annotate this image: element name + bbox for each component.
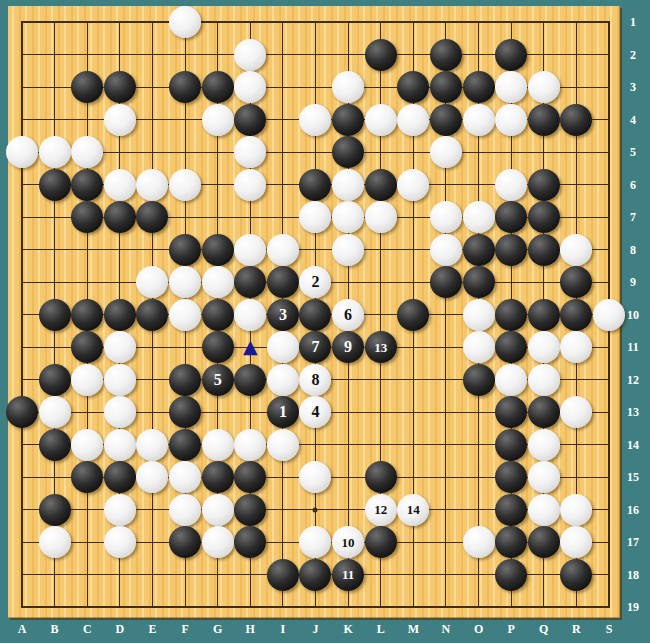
stone-black-C7[interactable] — [71, 201, 103, 233]
stone-white-Q3[interactable] — [528, 71, 560, 103]
stone-white-Q14[interactable] — [528, 429, 560, 461]
stone-white-O7[interactable] — [463, 201, 495, 233]
stone-black-P16[interactable] — [495, 494, 527, 526]
stone-white-D13[interactable] — [104, 396, 136, 428]
stone-black-O8[interactable] — [463, 234, 495, 266]
stone-black-G3[interactable] — [202, 71, 234, 103]
stone-white-K17[interactable]: 10 — [332, 526, 364, 558]
stone-black-J10[interactable] — [299, 299, 331, 331]
stone-white-N8[interactable] — [430, 234, 462, 266]
stone-white-M16[interactable]: 14 — [397, 494, 429, 526]
stone-black-G8[interactable] — [202, 234, 234, 266]
stone-white-D6[interactable] — [104, 169, 136, 201]
stone-black-R9[interactable] — [560, 266, 592, 298]
stone-black-D7[interactable] — [104, 201, 136, 233]
column-label-K: K — [343, 622, 352, 637]
stone-black-F17[interactable] — [169, 526, 201, 558]
stone-black-L2[interactable] — [365, 39, 397, 71]
stone-white-Q16[interactable] — [528, 494, 560, 526]
stone-white-J17[interactable] — [299, 526, 331, 558]
stone-black-C6[interactable] — [71, 169, 103, 201]
stone-black-H15[interactable] — [234, 461, 266, 493]
stone-white-L4[interactable] — [365, 104, 397, 136]
stone-black-H12[interactable] — [234, 364, 266, 396]
stone-black-H4[interactable] — [234, 104, 266, 136]
stone-black-L17[interactable] — [365, 526, 397, 558]
column-label-C: C — [83, 622, 92, 637]
stone-black-H9[interactable] — [234, 266, 266, 298]
stone-white-N7[interactable] — [430, 201, 462, 233]
stone-black-O3[interactable] — [463, 71, 495, 103]
stone-white-F6[interactable] — [169, 169, 201, 201]
stone-white-C5[interactable] — [71, 136, 103, 168]
stone-white-K10[interactable]: 6 — [332, 299, 364, 331]
stone-white-F1[interactable] — [169, 6, 201, 38]
row-label-5: 5 — [630, 145, 636, 160]
stone-black-I9[interactable] — [267, 266, 299, 298]
stone-black-P10[interactable] — [495, 299, 527, 331]
stone-black-M3[interactable] — [397, 71, 429, 103]
stone-black-J18[interactable] — [299, 559, 331, 591]
stone-white-E15[interactable] — [136, 461, 168, 493]
column-label-A: A — [18, 622, 27, 637]
column-label-B: B — [51, 622, 59, 637]
move-number-label: 3 — [279, 307, 287, 323]
stone-black-F12[interactable] — [169, 364, 201, 396]
stone-white-H8[interactable] — [234, 234, 266, 266]
stone-white-G4[interactable] — [202, 104, 234, 136]
row-label-8: 8 — [630, 242, 636, 257]
move-number-label: 8 — [311, 372, 319, 388]
stone-white-C14[interactable] — [71, 429, 103, 461]
column-label-I: I — [281, 622, 286, 637]
move-number-label: 6 — [344, 307, 352, 323]
stone-black-P7[interactable] — [495, 201, 527, 233]
stone-black-G12[interactable]: 5 — [202, 364, 234, 396]
stone-black-P8[interactable] — [495, 234, 527, 266]
row-label-16: 16 — [627, 502, 639, 517]
stone-white-R16[interactable] — [560, 494, 592, 526]
stone-black-G11[interactable] — [202, 331, 234, 363]
stone-white-H10[interactable] — [234, 299, 266, 331]
column-label-M: M — [408, 622, 419, 637]
stone-white-H3[interactable] — [234, 71, 266, 103]
stone-white-K6[interactable] — [332, 169, 364, 201]
stone-white-J7[interactable] — [299, 201, 331, 233]
stone-white-F16[interactable] — [169, 494, 201, 526]
stone-black-A13[interactable] — [6, 396, 38, 428]
stone-white-I11[interactable] — [267, 331, 299, 363]
move-number-label: 11 — [342, 568, 354, 581]
row-label-1: 1 — [630, 15, 636, 30]
stone-white-M4[interactable] — [397, 104, 429, 136]
stone-white-L16[interactable]: 12 — [365, 494, 397, 526]
stone-black-D3[interactable] — [104, 71, 136, 103]
go-board-frame: 2367913581412141011▲ ABCDEFGHIJKLMNOPQRS… — [0, 0, 650, 643]
row-label-18: 18 — [627, 567, 639, 582]
stone-black-K18[interactable]: 11 — [332, 559, 364, 591]
stone-white-J4[interactable] — [299, 104, 331, 136]
stone-black-Q13[interactable] — [528, 396, 560, 428]
stone-white-J13[interactable]: 4 — [299, 396, 331, 428]
row-label-10: 10 — [627, 307, 639, 322]
column-label-G: G — [213, 622, 222, 637]
row-label-12: 12 — [627, 372, 639, 387]
stone-white-O11[interactable] — [463, 331, 495, 363]
stone-white-R11[interactable] — [560, 331, 592, 363]
stone-black-D15[interactable] — [104, 461, 136, 493]
go-board[interactable]: 2367913581412141011▲ — [8, 6, 620, 618]
stone-white-D17[interactable] — [104, 526, 136, 558]
stone-black-F3[interactable] — [169, 71, 201, 103]
stone-black-D10[interactable] — [104, 299, 136, 331]
column-label-N: N — [442, 622, 451, 637]
row-label-14: 14 — [627, 437, 639, 452]
stone-black-J6[interactable] — [299, 169, 331, 201]
stone-black-R18[interactable] — [560, 559, 592, 591]
stone-black-B10[interactable] — [39, 299, 71, 331]
column-label-O: O — [474, 622, 483, 637]
stone-white-G17[interactable] — [202, 526, 234, 558]
move-number-label: 9 — [344, 339, 352, 355]
stone-black-Q17[interactable] — [528, 526, 560, 558]
triangle-marker: ▲ — [243, 337, 258, 356]
stone-black-O12[interactable] — [463, 364, 495, 396]
stone-black-C10[interactable] — [71, 299, 103, 331]
row-label-2: 2 — [630, 47, 636, 62]
stone-white-R17[interactable] — [560, 526, 592, 558]
stone-white-J15[interactable] — [299, 461, 331, 493]
stone-black-I13[interactable]: 1 — [267, 396, 299, 428]
stone-black-H16[interactable] — [234, 494, 266, 526]
stone-white-H5[interactable] — [234, 136, 266, 168]
stone-black-J11[interactable]: 7 — [299, 331, 331, 363]
move-number-label: 7 — [311, 339, 319, 355]
column-label-D: D — [115, 622, 124, 637]
row-label-3: 3 — [630, 80, 636, 95]
stone-black-C3[interactable] — [71, 71, 103, 103]
stone-white-E6[interactable] — [136, 169, 168, 201]
stone-black-B14[interactable] — [39, 429, 71, 461]
row-label-13: 13 — [627, 405, 639, 420]
stone-white-G16[interactable] — [202, 494, 234, 526]
stone-black-P18[interactable] — [495, 559, 527, 591]
stone-white-E14[interactable] — [136, 429, 168, 461]
stone-white-D12[interactable] — [104, 364, 136, 396]
stone-white-F9[interactable] — [169, 266, 201, 298]
move-number-label: 2 — [311, 274, 319, 290]
stone-white-A5[interactable] — [6, 136, 38, 168]
stone-white-H14[interactable] — [234, 429, 266, 461]
move-number-label: 13 — [374, 341, 387, 354]
stone-black-R10[interactable] — [560, 299, 592, 331]
stone-white-K7[interactable] — [332, 201, 364, 233]
column-label-R: R — [572, 622, 581, 637]
stone-black-L6[interactable] — [365, 169, 397, 201]
stone-black-G10[interactable] — [202, 299, 234, 331]
stone-white-J12[interactable]: 8 — [299, 364, 331, 396]
star-point — [313, 507, 318, 512]
stone-white-B13[interactable] — [39, 396, 71, 428]
column-label-F: F — [181, 622, 188, 637]
column-label-Q: Q — [539, 622, 548, 637]
stone-white-M6[interactable] — [397, 169, 429, 201]
stone-black-Q7[interactable] — [528, 201, 560, 233]
row-label-17: 17 — [627, 535, 639, 550]
stone-white-D16[interactable] — [104, 494, 136, 526]
stone-black-P17[interactable] — [495, 526, 527, 558]
row-label-9: 9 — [630, 275, 636, 290]
stone-black-P13[interactable] — [495, 396, 527, 428]
stone-black-C15[interactable] — [71, 461, 103, 493]
move-number-label: 12 — [374, 503, 387, 516]
stone-white-Q15[interactable] — [528, 461, 560, 493]
column-label-L: L — [377, 622, 385, 637]
stone-black-Q4[interactable] — [528, 104, 560, 136]
stone-white-D4[interactable] — [104, 104, 136, 136]
stone-black-I18[interactable] — [267, 559, 299, 591]
stone-white-C12[interactable] — [71, 364, 103, 396]
column-label-P: P — [507, 622, 514, 637]
stone-white-K8[interactable] — [332, 234, 364, 266]
stone-black-L11[interactable]: 13 — [365, 331, 397, 363]
stone-black-K5[interactable] — [332, 136, 364, 168]
stone-white-E9[interactable] — [136, 266, 168, 298]
stone-white-P12[interactable] — [495, 364, 527, 396]
stone-white-I14[interactable] — [267, 429, 299, 461]
stone-black-F8[interactable] — [169, 234, 201, 266]
stone-white-L7[interactable] — [365, 201, 397, 233]
stone-white-O4[interactable] — [463, 104, 495, 136]
row-label-4: 4 — [630, 112, 636, 127]
stone-white-S10[interactable] — [593, 299, 625, 331]
stone-white-J9[interactable]: 2 — [299, 266, 331, 298]
stone-white-P4[interactable] — [495, 104, 527, 136]
stone-white-R8[interactable] — [560, 234, 592, 266]
stone-black-Q10[interactable] — [528, 299, 560, 331]
move-number-label: 14 — [407, 503, 420, 516]
stone-white-K3[interactable] — [332, 71, 364, 103]
stone-white-O17[interactable] — [463, 526, 495, 558]
stone-black-R4[interactable] — [560, 104, 592, 136]
stone-white-Q11[interactable] — [528, 331, 560, 363]
stone-black-P11[interactable] — [495, 331, 527, 363]
row-label-15: 15 — [627, 470, 639, 485]
row-label-11: 11 — [627, 340, 638, 355]
stone-white-H2[interactable] — [234, 39, 266, 71]
stone-black-B6[interactable] — [39, 169, 71, 201]
stone-black-M10[interactable] — [397, 299, 429, 331]
stone-white-P3[interactable] — [495, 71, 527, 103]
stone-black-P15[interactable] — [495, 461, 527, 493]
stone-black-B16[interactable] — [39, 494, 71, 526]
stone-black-K11[interactable]: 9 — [332, 331, 364, 363]
stone-black-N2[interactable] — [430, 39, 462, 71]
stone-black-N4[interactable] — [430, 104, 462, 136]
stone-white-I12[interactable] — [267, 364, 299, 396]
stone-black-K4[interactable] — [332, 104, 364, 136]
stone-white-H6[interactable] — [234, 169, 266, 201]
row-label-7: 7 — [630, 210, 636, 225]
stone-white-D11[interactable] — [104, 331, 136, 363]
move-number-label: 10 — [342, 536, 355, 549]
column-label-E: E — [148, 622, 156, 637]
stone-black-E10[interactable] — [136, 299, 168, 331]
stone-white-F15[interactable] — [169, 461, 201, 493]
stone-white-G14[interactable] — [202, 429, 234, 461]
stone-white-Q12[interactable] — [528, 364, 560, 396]
stone-black-P14[interactable] — [495, 429, 527, 461]
stone-white-G9[interactable] — [202, 266, 234, 298]
stone-white-B17[interactable] — [39, 526, 71, 558]
move-number-label: 1 — [279, 404, 287, 420]
column-label-S: S — [606, 622, 613, 637]
grid-line-horizontal — [21, 606, 610, 608]
stone-white-B5[interactable] — [39, 136, 71, 168]
stone-black-E7[interactable] — [136, 201, 168, 233]
row-label-6: 6 — [630, 177, 636, 192]
stone-white-P6[interactable] — [495, 169, 527, 201]
stone-white-I8[interactable] — [267, 234, 299, 266]
stone-black-I10[interactable]: 3 — [267, 299, 299, 331]
stone-black-Q8[interactable] — [528, 234, 560, 266]
stone-black-B12[interactable] — [39, 364, 71, 396]
move-number-label: 5 — [214, 372, 222, 388]
stone-black-L15[interactable] — [365, 461, 397, 493]
stone-white-D14[interactable] — [104, 429, 136, 461]
stone-black-P2[interactable] — [495, 39, 527, 71]
stone-black-F13[interactable] — [169, 396, 201, 428]
stone-black-C11[interactable] — [71, 331, 103, 363]
stone-black-N3[interactable] — [430, 71, 462, 103]
stone-black-N9[interactable] — [430, 266, 462, 298]
stone-white-R13[interactable] — [560, 396, 592, 428]
stone-black-Q6[interactable] — [528, 169, 560, 201]
stone-white-O10[interactable] — [463, 299, 495, 331]
column-label-J: J — [312, 622, 318, 637]
stone-white-N5[interactable] — [430, 136, 462, 168]
stone-black-F14[interactable] — [169, 429, 201, 461]
column-label-H: H — [246, 622, 255, 637]
stone-black-O9[interactable] — [463, 266, 495, 298]
row-label-19: 19 — [627, 600, 639, 615]
stone-black-H17[interactable] — [234, 526, 266, 558]
stone-white-F10[interactable] — [169, 299, 201, 331]
move-number-label: 4 — [311, 404, 319, 420]
stone-black-G15[interactable] — [202, 461, 234, 493]
